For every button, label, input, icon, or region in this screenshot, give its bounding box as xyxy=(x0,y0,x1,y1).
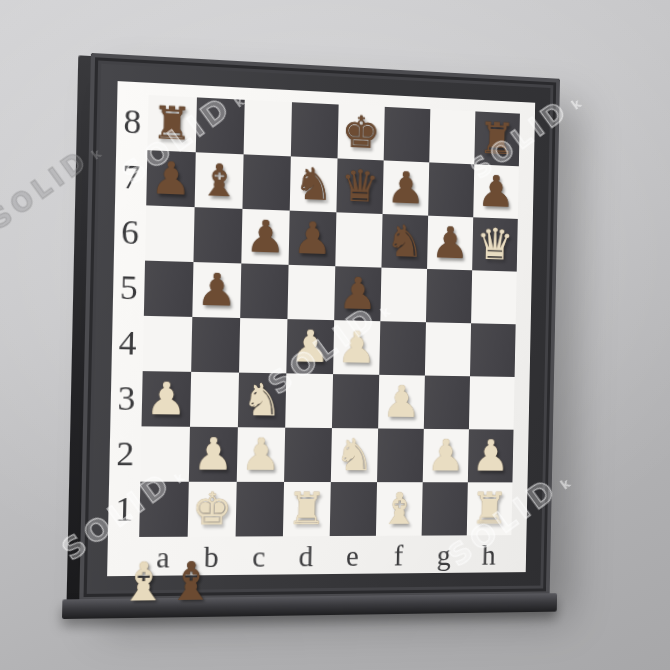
square-c7[interactable] xyxy=(242,154,290,210)
square-a5[interactable] xyxy=(144,261,194,317)
square-f5[interactable] xyxy=(380,268,427,323)
piece-black-king-e8[interactable]: ♚ xyxy=(338,105,385,161)
piece-black-knight-f6[interactable]: ♞ xyxy=(381,214,428,269)
square-h1[interactable]: ♜ xyxy=(467,482,513,535)
square-g4[interactable] xyxy=(425,322,471,376)
square-a2[interactable] xyxy=(140,426,190,481)
square-e4[interactable]: ♟ xyxy=(333,320,380,375)
square-g8[interactable] xyxy=(429,109,475,164)
square-c4[interactable] xyxy=(239,318,287,373)
rank-label-8: 8 xyxy=(116,93,148,150)
file-label-f: f xyxy=(375,536,421,574)
tray-piece-black-bishop[interactable]: ♝ xyxy=(167,555,216,608)
piece-black-pawn-g6[interactable]: ♟ xyxy=(427,216,473,271)
piece-white-knight-c3[interactable]: ♞ xyxy=(238,373,286,428)
square-a4[interactable] xyxy=(143,316,193,372)
piece-white-knight-e2[interactable]: ♞ xyxy=(331,428,378,482)
square-b6[interactable] xyxy=(193,207,242,263)
square-f2[interactable] xyxy=(377,428,424,482)
square-c8[interactable] xyxy=(244,100,292,157)
piece-black-knight-d7[interactable]: ♞ xyxy=(290,156,338,212)
piece-white-pawn-d4[interactable]: ♟ xyxy=(286,319,334,374)
piece-white-rook-d1[interactable]: ♜ xyxy=(283,482,331,536)
board-frame: 87654321 ♜♚♜♟♝♞♛♟♟♟♟♞♟♛♟♟♟♟♟♞♟♟♟♞♟♟♚♜♝♜ … xyxy=(79,53,560,601)
square-a3[interactable]: ♟ xyxy=(142,371,192,427)
square-b5[interactable]: ♟ xyxy=(192,262,241,318)
square-e8[interactable]: ♚ xyxy=(338,105,385,161)
square-f3[interactable]: ♟ xyxy=(378,375,425,429)
square-f4[interactable] xyxy=(379,321,426,375)
file-label-h: h xyxy=(466,535,511,573)
square-e3[interactable] xyxy=(332,374,379,428)
square-h5[interactable] xyxy=(471,270,517,324)
square-b4[interactable] xyxy=(191,317,240,373)
piece-black-pawn-f7[interactable]: ♟ xyxy=(383,160,430,215)
file-label-d: d xyxy=(282,536,330,574)
square-h3[interactable] xyxy=(469,376,515,429)
piece-black-rook-h8[interactable]: ♜ xyxy=(474,111,520,166)
square-c6[interactable]: ♟ xyxy=(241,209,289,265)
square-c3[interactable]: ♞ xyxy=(238,373,286,428)
square-g3[interactable] xyxy=(424,376,470,430)
square-b1[interactable]: ♚ xyxy=(188,482,237,537)
rank-label-3: 3 xyxy=(110,371,142,427)
square-e7[interactable]: ♛ xyxy=(336,158,383,214)
square-a7[interactable]: ♟ xyxy=(146,150,196,207)
file-label-g: g xyxy=(421,535,467,573)
piece-white-pawn-h2[interactable]: ♟ xyxy=(468,429,514,482)
rank-label-5: 5 xyxy=(113,260,145,316)
square-h2[interactable]: ♟ xyxy=(468,429,514,482)
board-grid[interactable]: ♜♚♜♟♝♞♛♟♟♟♟♞♟♛♟♟♟♟♟♞♟♟♟♞♟♟♚♜♝♜ xyxy=(139,95,520,537)
rank-label-6: 6 xyxy=(114,204,146,260)
square-g2[interactable]: ♟ xyxy=(423,429,469,482)
square-f1[interactable]: ♝ xyxy=(376,482,423,536)
square-a1[interactable] xyxy=(139,482,189,537)
rank-label-1: 1 xyxy=(108,482,140,538)
piece-black-pawn-c6[interactable]: ♟ xyxy=(241,209,289,265)
file-label-c: c xyxy=(235,536,283,575)
square-b8[interactable] xyxy=(196,97,245,154)
board-surface: 87654321 ♜♚♜♟♝♞♛♟♟♟♟♞♟♛♟♟♟♟♟♞♟♟♟♞♟♟♚♜♝♜ … xyxy=(107,81,535,576)
square-d4[interactable]: ♟ xyxy=(286,319,334,374)
piece-black-rook-a8[interactable]: ♜ xyxy=(147,95,197,152)
piece-black-pawn-d6[interactable]: ♟ xyxy=(289,211,337,267)
piece-white-pawn-b2[interactable]: ♟ xyxy=(189,427,238,482)
square-d8[interactable] xyxy=(291,102,339,158)
piece-black-pawn-b5[interactable]: ♟ xyxy=(192,262,241,318)
square-d2[interactable] xyxy=(284,428,332,482)
square-f7[interactable]: ♟ xyxy=(383,160,430,215)
square-d1[interactable]: ♜ xyxy=(283,482,331,536)
piece-white-pawn-g2[interactable]: ♟ xyxy=(423,429,469,482)
square-f6[interactable]: ♞ xyxy=(381,214,428,269)
piece-white-bishop-f1[interactable]: ♝ xyxy=(376,482,423,536)
square-b2[interactable]: ♟ xyxy=(189,427,238,482)
square-d5[interactable] xyxy=(287,265,335,320)
square-e5[interactable]: ♟ xyxy=(334,266,381,321)
square-d3[interactable] xyxy=(285,373,333,428)
square-d6[interactable]: ♟ xyxy=(289,211,337,267)
square-g7[interactable] xyxy=(428,162,474,217)
square-f8[interactable] xyxy=(384,107,431,163)
square-b7[interactable]: ♝ xyxy=(195,152,244,209)
piece-white-pawn-a3[interactable]: ♟ xyxy=(142,371,192,427)
square-e2[interactable]: ♞ xyxy=(331,428,378,482)
rank-label-2: 2 xyxy=(109,426,141,482)
piece-white-pawn-e4[interactable]: ♟ xyxy=(333,320,380,375)
square-g1[interactable] xyxy=(422,482,468,535)
square-c5[interactable] xyxy=(240,263,288,319)
demonstration-chessboard: 87654321 ♜♚♜♟♝♞♛♟♟♟♟♞♟♛♟♟♟♟♟♞♟♟♟♞♟♟♚♜♝♜ … xyxy=(79,53,560,601)
square-d7[interactable]: ♞ xyxy=(290,156,338,212)
square-h6[interactable]: ♛ xyxy=(472,217,518,271)
square-g6[interactable]: ♟ xyxy=(427,216,473,271)
piece-white-queen-h6[interactable]: ♛ xyxy=(472,217,518,271)
square-a8[interactable]: ♜ xyxy=(147,95,197,152)
square-b3[interactable] xyxy=(190,372,239,427)
square-a6[interactable] xyxy=(145,205,195,262)
square-e1[interactable] xyxy=(330,482,377,536)
piece-black-pawn-a7[interactable]: ♟ xyxy=(146,150,196,207)
piece-white-king-b1[interactable]: ♚ xyxy=(188,482,237,537)
piece-white-rook-h1[interactable]: ♜ xyxy=(467,482,513,535)
file-label-e: e xyxy=(329,536,376,574)
piece-white-pawn-f3[interactable]: ♟ xyxy=(378,375,425,429)
square-e6[interactable] xyxy=(335,212,382,267)
piece-black-pawn-h7[interactable]: ♟ xyxy=(473,164,519,219)
square-h4[interactable] xyxy=(470,323,516,377)
rank-label-7: 7 xyxy=(115,149,147,206)
piece-white-pawn-c2[interactable]: ♟ xyxy=(237,427,285,482)
piece-black-pawn-e5[interactable]: ♟ xyxy=(334,266,381,321)
piece-black-queen-e7[interactable]: ♛ xyxy=(336,158,383,214)
tray-piece-white-bishop[interactable]: ♝ xyxy=(119,555,168,609)
square-h8[interactable]: ♜ xyxy=(474,111,520,166)
square-g5[interactable] xyxy=(426,269,472,323)
square-h7[interactable]: ♟ xyxy=(473,164,519,219)
rank-label-4: 4 xyxy=(111,315,143,371)
square-c2[interactable]: ♟ xyxy=(237,427,285,482)
square-c1[interactable] xyxy=(236,482,284,537)
piece-black-bishop-b7[interactable]: ♝ xyxy=(195,152,244,209)
